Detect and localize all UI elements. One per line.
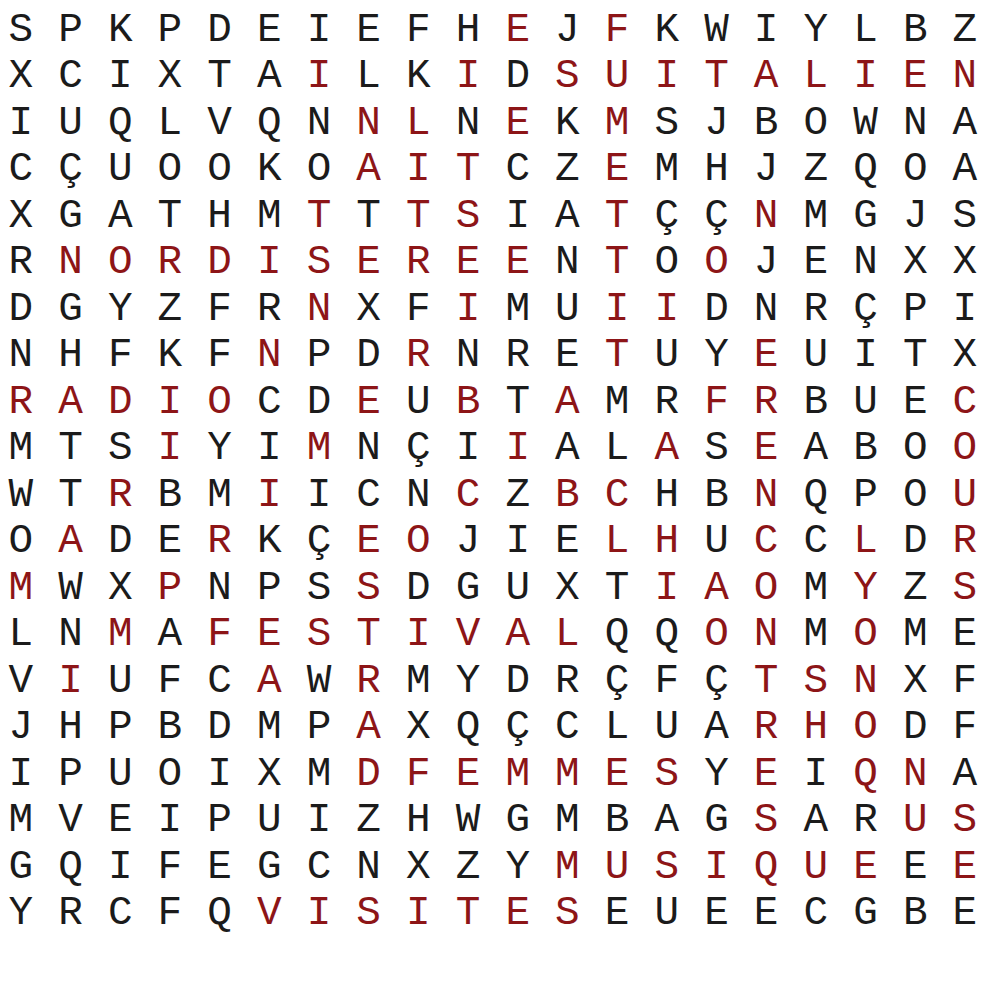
grid-cell-r13c6[interactable]: P bbox=[244, 565, 294, 612]
grid-cell-r16c15[interactable]: A bbox=[692, 705, 742, 752]
grid-cell-r18c14[interactable]: A bbox=[642, 798, 692, 845]
grid-cell-r4c11[interactable]: C bbox=[493, 147, 543, 194]
grid-cell-r18c18[interactable]: R bbox=[841, 798, 891, 845]
grid-cell-r5c15[interactable]: Ç bbox=[692, 193, 742, 240]
grid-cell-r9c20[interactable]: C bbox=[940, 379, 990, 426]
grid-cell-r18c2[interactable]: V bbox=[46, 798, 96, 845]
grid-cell-r16c16[interactable]: R bbox=[741, 705, 791, 752]
grid-cell-r18c17[interactable]: A bbox=[791, 798, 841, 845]
grid-cell-r9c7[interactable]: D bbox=[294, 379, 344, 426]
grid-cell-r3c8[interactable]: N bbox=[344, 100, 394, 147]
grid-cell-r7c6[interactable]: R bbox=[244, 286, 294, 333]
grid-cell-r11c18[interactable]: P bbox=[841, 472, 891, 519]
grid-cell-r7c12[interactable]: U bbox=[543, 286, 593, 333]
grid-cell-r10c8[interactable]: N bbox=[344, 426, 394, 473]
grid-cell-r12c6[interactable]: K bbox=[244, 519, 294, 566]
grid-cell-r7c11[interactable]: M bbox=[493, 286, 543, 333]
grid-cell-r14c6[interactable]: E bbox=[244, 612, 294, 659]
grid-cell-r2c1[interactable]: X bbox=[0, 54, 46, 101]
grid-cell-r8c17[interactable]: U bbox=[791, 333, 841, 380]
grid-cell-r16c6[interactable]: M bbox=[244, 705, 294, 752]
grid-cell-r20c8[interactable]: S bbox=[344, 891, 394, 938]
grid-cell-r8c20[interactable]: X bbox=[940, 333, 990, 380]
grid-cell-r4c8[interactable]: A bbox=[344, 147, 394, 194]
grid-cell-r15c11[interactable]: D bbox=[493, 658, 543, 705]
grid-cell-r3c17[interactable]: O bbox=[791, 100, 841, 147]
grid-cell-r2c8[interactable]: L bbox=[344, 54, 394, 101]
grid-cell-r6c7[interactable]: S bbox=[294, 240, 344, 287]
grid-cell-r17c4[interactable]: O bbox=[145, 751, 195, 798]
grid-cell-r6c17[interactable]: E bbox=[791, 240, 841, 287]
grid-cell-r17c18[interactable]: Q bbox=[841, 751, 891, 798]
grid-cell-r1c14[interactable]: K bbox=[642, 7, 692, 54]
grid-cell-r2c12[interactable]: S bbox=[543, 54, 593, 101]
grid-cell-r14c15[interactable]: O bbox=[692, 612, 742, 659]
grid-cell-r5c3[interactable]: A bbox=[95, 193, 145, 240]
grid-cell-r11c9[interactable]: N bbox=[394, 472, 444, 519]
grid-cell-r18c19[interactable]: U bbox=[890, 798, 940, 845]
grid-cell-r7c8[interactable]: X bbox=[344, 286, 394, 333]
grid-cell-r1c8[interactable]: E bbox=[344, 7, 394, 54]
grid-cell-r7c18[interactable]: Ç bbox=[841, 286, 891, 333]
grid-cell-r3c7[interactable]: N bbox=[294, 100, 344, 147]
grid-cell-r14c11[interactable]: A bbox=[493, 612, 543, 659]
grid-cell-r11c13[interactable]: C bbox=[592, 472, 642, 519]
grid-cell-r6c13[interactable]: T bbox=[592, 240, 642, 287]
grid-cell-r4c7[interactable]: O bbox=[294, 147, 344, 194]
grid-cell-r1c12[interactable]: J bbox=[543, 7, 593, 54]
grid-cell-r10c18[interactable]: B bbox=[841, 426, 891, 473]
grid-cell-r6c8[interactable]: E bbox=[344, 240, 394, 287]
grid-cell-r15c15[interactable]: Ç bbox=[692, 658, 742, 705]
grid-cell-r13c17[interactable]: M bbox=[791, 565, 841, 612]
grid-cell-r11c20[interactable]: U bbox=[940, 472, 990, 519]
grid-cell-r15c5[interactable]: C bbox=[195, 658, 245, 705]
grid-cell-r6c1[interactable]: R bbox=[0, 240, 46, 287]
grid-cell-r10c10[interactable]: I bbox=[443, 426, 493, 473]
grid-cell-r9c1[interactable]: R bbox=[0, 379, 46, 426]
grid-cell-r12c10[interactable]: J bbox=[443, 519, 493, 566]
grid-cell-r10c14[interactable]: A bbox=[642, 426, 692, 473]
grid-cell-r10c13[interactable]: L bbox=[592, 426, 642, 473]
grid-cell-r9c15[interactable]: F bbox=[692, 379, 742, 426]
grid-cell-r15c10[interactable]: Y bbox=[443, 658, 493, 705]
grid-cell-r19c11[interactable]: Y bbox=[493, 844, 543, 891]
grid-cell-r6c18[interactable]: N bbox=[841, 240, 891, 287]
grid-cell-r12c12[interactable]: E bbox=[543, 519, 593, 566]
grid-cell-r4c17[interactable]: Z bbox=[791, 147, 841, 194]
grid-cell-r17c5[interactable]: I bbox=[195, 751, 245, 798]
grid-cell-r15c19[interactable]: X bbox=[890, 658, 940, 705]
grid-cell-r14c3[interactable]: M bbox=[95, 612, 145, 659]
grid-cell-r9c16[interactable]: R bbox=[741, 379, 791, 426]
grid-cell-r19c6[interactable]: G bbox=[244, 844, 294, 891]
grid-cell-r5c2[interactable]: G bbox=[46, 193, 96, 240]
grid-cell-r1c1[interactable]: S bbox=[0, 7, 46, 54]
grid-cell-r6c12[interactable]: N bbox=[543, 240, 593, 287]
grid-cell-r11c1[interactable]: W bbox=[0, 472, 46, 519]
grid-cell-r3c6[interactable]: Q bbox=[244, 100, 294, 147]
grid-cell-r12c2[interactable]: A bbox=[46, 519, 96, 566]
grid-cell-r1c13[interactable]: F bbox=[592, 7, 642, 54]
grid-cell-r15c13[interactable]: Ç bbox=[592, 658, 642, 705]
grid-cell-r1c19[interactable]: B bbox=[890, 7, 940, 54]
grid-cell-r5c10[interactable]: S bbox=[443, 193, 493, 240]
grid-cell-r20c1[interactable]: Y bbox=[0, 891, 46, 938]
grid-cell-r17c10[interactable]: E bbox=[443, 751, 493, 798]
grid-cell-r8c4[interactable]: K bbox=[145, 333, 195, 380]
grid-cell-r4c12[interactable]: Z bbox=[543, 147, 593, 194]
grid-cell-r13c15[interactable]: A bbox=[692, 565, 742, 612]
grid-cell-r12c18[interactable]: L bbox=[841, 519, 891, 566]
grid-cell-r6c11[interactable]: E bbox=[493, 240, 543, 287]
grid-cell-r11c15[interactable]: B bbox=[692, 472, 742, 519]
grid-cell-r16c18[interactable]: O bbox=[841, 705, 891, 752]
grid-cell-r14c7[interactable]: S bbox=[294, 612, 344, 659]
grid-cell-r13c8[interactable]: S bbox=[344, 565, 394, 612]
grid-cell-r5c11[interactable]: I bbox=[493, 193, 543, 240]
grid-cell-r13c14[interactable]: I bbox=[642, 565, 692, 612]
grid-cell-r19c5[interactable]: E bbox=[195, 844, 245, 891]
grid-cell-r2c14[interactable]: I bbox=[642, 54, 692, 101]
grid-cell-r5c12[interactable]: A bbox=[543, 193, 593, 240]
grid-cell-r14c14[interactable]: Q bbox=[642, 612, 692, 659]
grid-cell-r15c4[interactable]: F bbox=[145, 658, 195, 705]
grid-cell-r7c14[interactable]: I bbox=[642, 286, 692, 333]
grid-cell-r2c10[interactable]: I bbox=[443, 54, 493, 101]
grid-cell-r3c5[interactable]: V bbox=[195, 100, 245, 147]
grid-cell-r9c13[interactable]: M bbox=[592, 379, 642, 426]
grid-cell-r15c14[interactable]: F bbox=[642, 658, 692, 705]
grid-cell-r12c20[interactable]: R bbox=[940, 519, 990, 566]
grid-cell-r12c14[interactable]: H bbox=[642, 519, 692, 566]
grid-cell-r19c7[interactable]: C bbox=[294, 844, 344, 891]
grid-cell-r20c3[interactable]: C bbox=[95, 891, 145, 938]
grid-cell-r20c12[interactable]: S bbox=[543, 891, 593, 938]
grid-cell-r19c1[interactable]: G bbox=[0, 844, 46, 891]
grid-cell-r17c19[interactable]: N bbox=[890, 751, 940, 798]
grid-cell-r19c3[interactable]: I bbox=[95, 844, 145, 891]
grid-cell-r12c1[interactable]: O bbox=[0, 519, 46, 566]
grid-cell-r1c9[interactable]: F bbox=[394, 7, 444, 54]
grid-cell-r16c17[interactable]: H bbox=[791, 705, 841, 752]
grid-cell-r12c13[interactable]: L bbox=[592, 519, 642, 566]
grid-cell-r7c4[interactable]: Z bbox=[145, 286, 195, 333]
grid-cell-r4c5[interactable]: O bbox=[195, 147, 245, 194]
grid-cell-r11c19[interactable]: O bbox=[890, 472, 940, 519]
grid-cell-r9c10[interactable]: B bbox=[443, 379, 493, 426]
grid-cell-r14c2[interactable]: N bbox=[46, 612, 96, 659]
grid-cell-r18c12[interactable]: M bbox=[543, 798, 593, 845]
grid-cell-r5c13[interactable]: T bbox=[592, 193, 642, 240]
grid-cell-r20c9[interactable]: I bbox=[394, 891, 444, 938]
grid-cell-r20c16[interactable]: E bbox=[741, 891, 791, 938]
grid-cell-r11c16[interactable]: N bbox=[741, 472, 791, 519]
grid-cell-r13c18[interactable]: Y bbox=[841, 565, 891, 612]
grid-cell-r19c2[interactable]: Q bbox=[46, 844, 96, 891]
grid-cell-r13c3[interactable]: X bbox=[95, 565, 145, 612]
grid-cell-r5c20[interactable]: S bbox=[940, 193, 990, 240]
grid-cell-r17c6[interactable]: X bbox=[244, 751, 294, 798]
grid-cell-r15c12[interactable]: R bbox=[543, 658, 593, 705]
grid-cell-r9c3[interactable]: D bbox=[95, 379, 145, 426]
grid-cell-r18c9[interactable]: H bbox=[394, 798, 444, 845]
grid-cell-r13c11[interactable]: U bbox=[493, 565, 543, 612]
grid-cell-r10c7[interactable]: M bbox=[294, 426, 344, 473]
grid-cell-r8c9[interactable]: R bbox=[394, 333, 444, 380]
grid-cell-r9c6[interactable]: C bbox=[244, 379, 294, 426]
grid-cell-r8c2[interactable]: H bbox=[46, 333, 96, 380]
grid-cell-r17c11[interactable]: M bbox=[493, 751, 543, 798]
grid-cell-r7c1[interactable]: D bbox=[0, 286, 46, 333]
grid-cell-r17c1[interactable]: I bbox=[0, 751, 46, 798]
grid-cell-r18c4[interactable]: I bbox=[145, 798, 195, 845]
grid-cell-r3c20[interactable]: A bbox=[940, 100, 990, 147]
grid-cell-r15c9[interactable]: M bbox=[394, 658, 444, 705]
grid-cell-r14c16[interactable]: N bbox=[741, 612, 791, 659]
grid-cell-r18c15[interactable]: G bbox=[692, 798, 742, 845]
grid-cell-r2c7[interactable]: I bbox=[294, 54, 344, 101]
grid-cell-r4c10[interactable]: T bbox=[443, 147, 493, 194]
grid-cell-r19c15[interactable]: I bbox=[692, 844, 742, 891]
grid-cell-r8c16[interactable]: E bbox=[741, 333, 791, 380]
grid-cell-r2c15[interactable]: T bbox=[692, 54, 742, 101]
grid-cell-r17c3[interactable]: U bbox=[95, 751, 145, 798]
grid-cell-r18c3[interactable]: E bbox=[95, 798, 145, 845]
grid-cell-r8c7[interactable]: P bbox=[294, 333, 344, 380]
grid-cell-r16c20[interactable]: F bbox=[940, 705, 990, 752]
grid-cell-r17c16[interactable]: E bbox=[741, 751, 791, 798]
grid-cell-r3c15[interactable]: J bbox=[692, 100, 742, 147]
grid-cell-r1c6[interactable]: E bbox=[244, 7, 294, 54]
grid-cell-r17c7[interactable]: M bbox=[294, 751, 344, 798]
grid-cell-r11c12[interactable]: B bbox=[543, 472, 593, 519]
grid-cell-r20c7[interactable]: I bbox=[294, 891, 344, 938]
grid-cell-r2c4[interactable]: X bbox=[145, 54, 195, 101]
grid-cell-r2c2[interactable]: C bbox=[46, 54, 96, 101]
grid-cell-r15c18[interactable]: N bbox=[841, 658, 891, 705]
grid-cell-r4c3[interactable]: U bbox=[95, 147, 145, 194]
grid-cell-r9c19[interactable]: E bbox=[890, 379, 940, 426]
grid-cell-r15c16[interactable]: T bbox=[741, 658, 791, 705]
grid-cell-r9c8[interactable]: E bbox=[344, 379, 394, 426]
grid-cell-r2c17[interactable]: L bbox=[791, 54, 841, 101]
grid-cell-r12c3[interactable]: D bbox=[95, 519, 145, 566]
grid-cell-r20c4[interactable]: F bbox=[145, 891, 195, 938]
grid-cell-r19c18[interactable]: E bbox=[841, 844, 891, 891]
grid-cell-r5c6[interactable]: M bbox=[244, 193, 294, 240]
grid-cell-r20c10[interactable]: T bbox=[443, 891, 493, 938]
grid-cell-r11c5[interactable]: M bbox=[195, 472, 245, 519]
grid-cell-r6c10[interactable]: E bbox=[443, 240, 493, 287]
grid-cell-r14c20[interactable]: E bbox=[940, 612, 990, 659]
grid-cell-r8c13[interactable]: T bbox=[592, 333, 642, 380]
grid-cell-r1c7[interactable]: I bbox=[294, 7, 344, 54]
grid-cell-r4c15[interactable]: H bbox=[692, 147, 742, 194]
grid-cell-r3c16[interactable]: B bbox=[741, 100, 791, 147]
grid-cell-r5c8[interactable]: T bbox=[344, 193, 394, 240]
grid-cell-r10c17[interactable]: A bbox=[791, 426, 841, 473]
grid-cell-r4c19[interactable]: O bbox=[890, 147, 940, 194]
grid-cell-r6c9[interactable]: R bbox=[394, 240, 444, 287]
grid-cell-r9c9[interactable]: U bbox=[394, 379, 444, 426]
grid-cell-r5c7[interactable]: T bbox=[294, 193, 344, 240]
grid-cell-r14c9[interactable]: I bbox=[394, 612, 444, 659]
grid-cell-r18c1[interactable]: M bbox=[0, 798, 46, 845]
grid-cell-r20c20[interactable]: E bbox=[940, 891, 990, 938]
grid-cell-r16c19[interactable]: D bbox=[890, 705, 940, 752]
grid-cell-r19c9[interactable]: X bbox=[394, 844, 444, 891]
grid-cell-r6c16[interactable]: J bbox=[741, 240, 791, 287]
grid-cell-r14c5[interactable]: F bbox=[195, 612, 245, 659]
grid-cell-r15c3[interactable]: U bbox=[95, 658, 145, 705]
grid-cell-r12c15[interactable]: U bbox=[692, 519, 742, 566]
grid-cell-r3c14[interactable]: S bbox=[642, 100, 692, 147]
grid-cell-r9c14[interactable]: R bbox=[642, 379, 692, 426]
grid-cell-r2c13[interactable]: U bbox=[592, 54, 642, 101]
grid-cell-r20c6[interactable]: V bbox=[244, 891, 294, 938]
grid-cell-r3c10[interactable]: N bbox=[443, 100, 493, 147]
grid-cell-r17c12[interactable]: M bbox=[543, 751, 593, 798]
grid-cell-r10c2[interactable]: T bbox=[46, 426, 96, 473]
grid-cell-r12c4[interactable]: E bbox=[145, 519, 195, 566]
grid-cell-r1c2[interactable]: P bbox=[46, 7, 96, 54]
grid-cell-r8c12[interactable]: E bbox=[543, 333, 593, 380]
grid-cell-r3c1[interactable]: I bbox=[0, 100, 46, 147]
grid-cell-r6c20[interactable]: X bbox=[940, 240, 990, 287]
grid-cell-r18c7[interactable]: I bbox=[294, 798, 344, 845]
grid-cell-r10c5[interactable]: Y bbox=[195, 426, 245, 473]
grid-cell-r20c5[interactable]: Q bbox=[195, 891, 245, 938]
grid-cell-r6c19[interactable]: X bbox=[890, 240, 940, 287]
grid-cell-r9c4[interactable]: I bbox=[145, 379, 195, 426]
grid-cell-r20c18[interactable]: G bbox=[841, 891, 891, 938]
grid-cell-r16c7[interactable]: P bbox=[294, 705, 344, 752]
grid-cell-r20c13[interactable]: E bbox=[592, 891, 642, 938]
grid-cell-r5c9[interactable]: T bbox=[394, 193, 444, 240]
grid-cell-r12c11[interactable]: I bbox=[493, 519, 543, 566]
grid-cell-r4c1[interactable]: C bbox=[0, 147, 46, 194]
grid-cell-r7c15[interactable]: D bbox=[692, 286, 742, 333]
grid-cell-r16c4[interactable]: B bbox=[145, 705, 195, 752]
grid-cell-r3c12[interactable]: K bbox=[543, 100, 593, 147]
grid-cell-r9c11[interactable]: T bbox=[493, 379, 543, 426]
grid-cell-r10c15[interactable]: S bbox=[692, 426, 742, 473]
grid-cell-r8c18[interactable]: I bbox=[841, 333, 891, 380]
grid-cell-r1c11[interactable]: E bbox=[493, 7, 543, 54]
grid-cell-r19c10[interactable]: Z bbox=[443, 844, 493, 891]
grid-cell-r1c4[interactable]: P bbox=[145, 7, 195, 54]
grid-cell-r6c5[interactable]: D bbox=[195, 240, 245, 287]
grid-cell-r10c3[interactable]: S bbox=[95, 426, 145, 473]
grid-cell-r19c17[interactable]: U bbox=[791, 844, 841, 891]
grid-cell-r12c19[interactable]: D bbox=[890, 519, 940, 566]
grid-cell-r10c4[interactable]: I bbox=[145, 426, 195, 473]
grid-cell-r10c11[interactable]: I bbox=[493, 426, 543, 473]
grid-cell-r1c5[interactable]: D bbox=[195, 7, 245, 54]
grid-cell-r18c13[interactable]: B bbox=[592, 798, 642, 845]
grid-cell-r20c11[interactable]: E bbox=[493, 891, 543, 938]
grid-cell-r11c8[interactable]: C bbox=[344, 472, 394, 519]
grid-cell-r4c2[interactable]: Ç bbox=[46, 147, 96, 194]
grid-cell-r18c10[interactable]: W bbox=[443, 798, 493, 845]
grid-cell-r16c12[interactable]: C bbox=[543, 705, 593, 752]
grid-cell-r19c13[interactable]: U bbox=[592, 844, 642, 891]
grid-cell-r8c3[interactable]: F bbox=[95, 333, 145, 380]
grid-cell-r11c17[interactable]: Q bbox=[791, 472, 841, 519]
grid-cell-r1c16[interactable]: I bbox=[741, 7, 791, 54]
grid-cell-r12c5[interactable]: R bbox=[195, 519, 245, 566]
grid-cell-r16c8[interactable]: A bbox=[344, 705, 394, 752]
grid-cell-r3c18[interactable]: W bbox=[841, 100, 891, 147]
grid-cell-r10c6[interactable]: I bbox=[244, 426, 294, 473]
grid-cell-r14c17[interactable]: M bbox=[791, 612, 841, 659]
grid-cell-r12c17[interactable]: C bbox=[791, 519, 841, 566]
grid-cell-r3c4[interactable]: L bbox=[145, 100, 195, 147]
grid-cell-r11c10[interactable]: C bbox=[443, 472, 493, 519]
grid-cell-r11c2[interactable]: T bbox=[46, 472, 96, 519]
grid-cell-r17c9[interactable]: F bbox=[394, 751, 444, 798]
grid-cell-r15c2[interactable]: I bbox=[46, 658, 96, 705]
grid-cell-r13c5[interactable]: N bbox=[195, 565, 245, 612]
grid-cell-r13c20[interactable]: S bbox=[940, 565, 990, 612]
grid-cell-r18c16[interactable]: S bbox=[741, 798, 791, 845]
grid-cell-r13c7[interactable]: S bbox=[294, 565, 344, 612]
grid-cell-r19c14[interactable]: S bbox=[642, 844, 692, 891]
grid-cell-r13c16[interactable]: O bbox=[741, 565, 791, 612]
grid-cell-r8c10[interactable]: N bbox=[443, 333, 493, 380]
grid-cell-r17c2[interactable]: P bbox=[46, 751, 96, 798]
grid-cell-r12c7[interactable]: Ç bbox=[294, 519, 344, 566]
grid-cell-r7c19[interactable]: P bbox=[890, 286, 940, 333]
grid-cell-r13c12[interactable]: X bbox=[543, 565, 593, 612]
grid-cell-r5c16[interactable]: N bbox=[741, 193, 791, 240]
grid-cell-r7c20[interactable]: I bbox=[940, 286, 990, 333]
grid-cell-r16c9[interactable]: X bbox=[394, 705, 444, 752]
grid-cell-r2c9[interactable]: K bbox=[394, 54, 444, 101]
grid-cell-r7c3[interactable]: Y bbox=[95, 286, 145, 333]
grid-cell-r3c19[interactable]: N bbox=[890, 100, 940, 147]
grid-cell-r18c6[interactable]: U bbox=[244, 798, 294, 845]
grid-cell-r19c19[interactable]: E bbox=[890, 844, 940, 891]
grid-cell-r6c3[interactable]: O bbox=[95, 240, 145, 287]
grid-cell-r2c6[interactable]: A bbox=[244, 54, 294, 101]
grid-cell-r11c14[interactable]: H bbox=[642, 472, 692, 519]
grid-cell-r13c1[interactable]: M bbox=[0, 565, 46, 612]
grid-cell-r1c20[interactable]: Z bbox=[940, 7, 990, 54]
grid-cell-r6c2[interactable]: N bbox=[46, 240, 96, 287]
grid-cell-r9c12[interactable]: A bbox=[543, 379, 593, 426]
grid-cell-r2c3[interactable]: I bbox=[95, 54, 145, 101]
grid-cell-r5c4[interactable]: T bbox=[145, 193, 195, 240]
grid-cell-r8c15[interactable]: Y bbox=[692, 333, 742, 380]
grid-cell-r2c20[interactable]: N bbox=[940, 54, 990, 101]
grid-cell-r6c15[interactable]: O bbox=[692, 240, 742, 287]
grid-cell-r15c6[interactable]: A bbox=[244, 658, 294, 705]
grid-cell-r8c8[interactable]: D bbox=[344, 333, 394, 380]
grid-cell-r18c8[interactable]: Z bbox=[344, 798, 394, 845]
grid-cell-r8c11[interactable]: R bbox=[493, 333, 543, 380]
grid-cell-r1c18[interactable]: L bbox=[841, 7, 891, 54]
grid-cell-r19c12[interactable]: M bbox=[543, 844, 593, 891]
grid-cell-r15c8[interactable]: R bbox=[344, 658, 394, 705]
grid-cell-r2c5[interactable]: T bbox=[195, 54, 245, 101]
grid-cell-r17c13[interactable]: E bbox=[592, 751, 642, 798]
grid-cell-r13c19[interactable]: Z bbox=[890, 565, 940, 612]
grid-cell-r19c8[interactable]: N bbox=[344, 844, 394, 891]
grid-cell-r17c8[interactable]: D bbox=[344, 751, 394, 798]
grid-cell-r13c13[interactable]: T bbox=[592, 565, 642, 612]
